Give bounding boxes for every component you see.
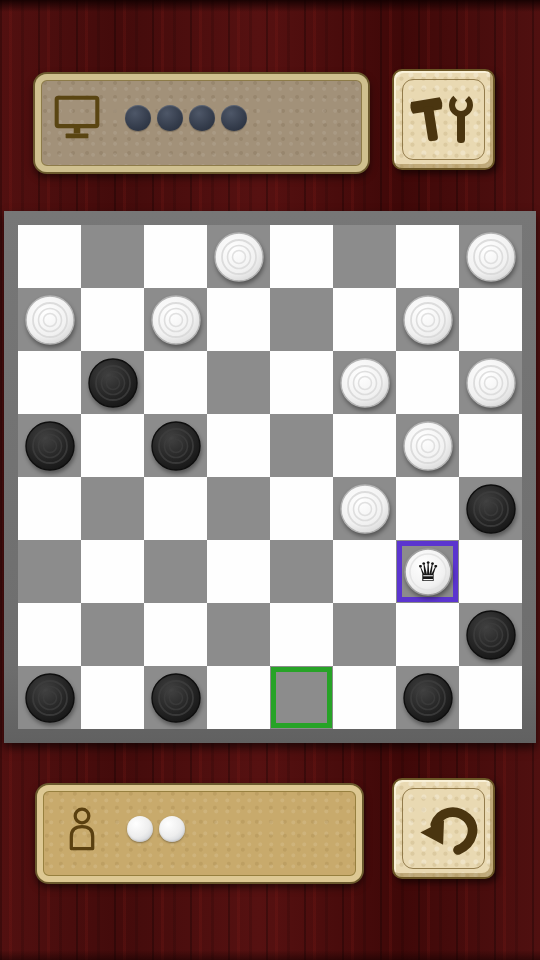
captured-piece-dot bbox=[159, 816, 185, 842]
tools-button[interactable] bbox=[392, 69, 495, 170]
square-r1c4[interactable] bbox=[207, 225, 270, 288]
square-r5c6[interactable] bbox=[333, 477, 396, 540]
captured-piece-dot bbox=[125, 105, 151, 131]
square-r1c8[interactable] bbox=[459, 225, 522, 288]
square-r6c4[interactable] bbox=[207, 540, 270, 603]
captured-piece-dot bbox=[127, 816, 153, 842]
captured-piece-dot bbox=[189, 105, 215, 131]
square-r2c1[interactable] bbox=[18, 288, 81, 351]
captured-white-dots bbox=[127, 816, 185, 842]
square-r3c5[interactable] bbox=[270, 351, 333, 414]
black-piece[interactable] bbox=[87, 357, 139, 409]
square-r6c7[interactable]: ♛ bbox=[396, 540, 459, 603]
square-r8c5[interactable] bbox=[270, 666, 333, 729]
captured-piece-dot bbox=[157, 105, 183, 131]
square-r3c3[interactable] bbox=[144, 351, 207, 414]
black-piece[interactable] bbox=[24, 420, 76, 472]
square-r7c4[interactable] bbox=[207, 603, 270, 666]
square-r5c5[interactable] bbox=[270, 477, 333, 540]
white-piece[interactable] bbox=[339, 483, 391, 535]
white-piece[interactable] bbox=[150, 294, 202, 346]
square-r7c2[interactable] bbox=[81, 603, 144, 666]
human-player-panel bbox=[35, 783, 364, 884]
black-piece[interactable] bbox=[150, 672, 202, 724]
white-piece[interactable] bbox=[339, 357, 391, 409]
svg-text:♛: ♛ bbox=[415, 556, 439, 587]
square-r3c1[interactable] bbox=[18, 351, 81, 414]
square-r7c7[interactable] bbox=[396, 603, 459, 666]
square-r5c3[interactable] bbox=[144, 477, 207, 540]
square-r8c8[interactable] bbox=[459, 666, 522, 729]
undo-arrow-icon bbox=[394, 780, 493, 877]
square-r4c2[interactable] bbox=[81, 414, 144, 477]
square-r1c1[interactable] bbox=[18, 225, 81, 288]
white-king-piece[interactable]: ♛ bbox=[402, 546, 454, 598]
app-screen: ♛ bbox=[0, 0, 540, 960]
square-r6c1[interactable] bbox=[18, 540, 81, 603]
black-piece[interactable] bbox=[465, 609, 517, 661]
white-piece[interactable] bbox=[24, 294, 76, 346]
black-piece[interactable] bbox=[24, 672, 76, 724]
square-r8c3[interactable] bbox=[144, 666, 207, 729]
square-r3c8[interactable] bbox=[459, 351, 522, 414]
white-piece[interactable] bbox=[465, 357, 517, 409]
captured-piece-dot bbox=[221, 105, 247, 131]
square-r6c2[interactable] bbox=[81, 540, 144, 603]
board-frame: ♛ bbox=[4, 211, 536, 743]
square-r4c3[interactable] bbox=[144, 414, 207, 477]
square-r7c5[interactable] bbox=[270, 603, 333, 666]
square-r4c7[interactable] bbox=[396, 414, 459, 477]
square-r5c1[interactable] bbox=[18, 477, 81, 540]
square-r4c1[interactable] bbox=[18, 414, 81, 477]
square-r2c6[interactable] bbox=[333, 288, 396, 351]
square-r3c6[interactable] bbox=[333, 351, 396, 414]
captured-black-dots bbox=[125, 105, 247, 131]
square-r6c8[interactable] bbox=[459, 540, 522, 603]
hammer-wrench-icon bbox=[394, 71, 493, 168]
square-r1c3[interactable] bbox=[144, 225, 207, 288]
square-r6c3[interactable] bbox=[144, 540, 207, 603]
square-r7c1[interactable] bbox=[18, 603, 81, 666]
white-piece[interactable] bbox=[213, 231, 265, 283]
square-r2c8[interactable] bbox=[459, 288, 522, 351]
square-r3c2[interactable] bbox=[81, 351, 144, 414]
square-r7c6[interactable] bbox=[333, 603, 396, 666]
square-r1c7[interactable] bbox=[396, 225, 459, 288]
square-r4c8[interactable] bbox=[459, 414, 522, 477]
square-r5c2[interactable] bbox=[81, 477, 144, 540]
black-piece[interactable] bbox=[465, 483, 517, 535]
person-icon bbox=[63, 805, 101, 853]
black-piece[interactable] bbox=[150, 420, 202, 472]
square-r8c7[interactable] bbox=[396, 666, 459, 729]
square-r4c6[interactable] bbox=[333, 414, 396, 477]
square-r2c3[interactable] bbox=[144, 288, 207, 351]
square-r2c7[interactable] bbox=[396, 288, 459, 351]
square-r5c7[interactable] bbox=[396, 477, 459, 540]
square-r4c4[interactable] bbox=[207, 414, 270, 477]
square-r4c5[interactable] bbox=[270, 414, 333, 477]
square-r3c4[interactable] bbox=[207, 351, 270, 414]
white-piece[interactable] bbox=[465, 231, 517, 283]
board-grid: ♛ bbox=[18, 225, 522, 729]
square-r2c5[interactable] bbox=[270, 288, 333, 351]
square-r7c3[interactable] bbox=[144, 603, 207, 666]
white-piece[interactable] bbox=[402, 294, 454, 346]
undo-button[interactable] bbox=[392, 778, 495, 879]
square-r1c6[interactable] bbox=[333, 225, 396, 288]
square-r2c2[interactable] bbox=[81, 288, 144, 351]
square-r5c8[interactable] bbox=[459, 477, 522, 540]
square-r8c6[interactable] bbox=[333, 666, 396, 729]
square-r3c7[interactable] bbox=[396, 351, 459, 414]
square-r6c5[interactable] bbox=[270, 540, 333, 603]
square-r5c4[interactable] bbox=[207, 477, 270, 540]
computer-monitor-icon bbox=[51, 93, 103, 143]
square-r6c6[interactable] bbox=[333, 540, 396, 603]
square-r8c2[interactable] bbox=[81, 666, 144, 729]
square-r1c2[interactable] bbox=[81, 225, 144, 288]
square-r8c4[interactable] bbox=[207, 666, 270, 729]
computer-player-panel bbox=[33, 72, 370, 174]
square-r2c4[interactable] bbox=[207, 288, 270, 351]
square-r8c1[interactable] bbox=[18, 666, 81, 729]
white-piece[interactable] bbox=[402, 420, 454, 472]
square-r1c5[interactable] bbox=[270, 225, 333, 288]
black-piece[interactable] bbox=[402, 672, 454, 724]
square-r7c8[interactable] bbox=[459, 603, 522, 666]
target-square-highlight bbox=[271, 667, 332, 728]
